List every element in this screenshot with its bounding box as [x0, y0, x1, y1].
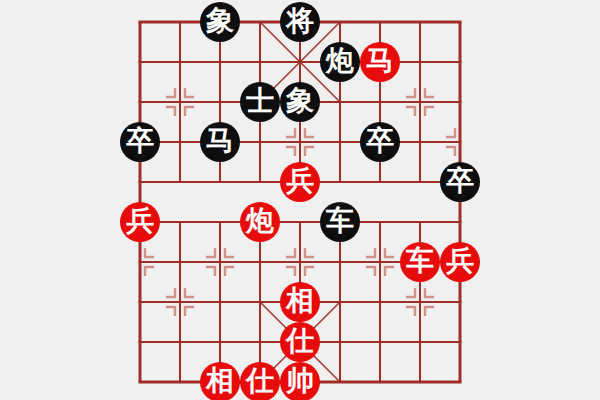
piece-red-chariot[interactable]: 车: [400, 242, 440, 282]
piece-black-elephant[interactable]: 象: [280, 82, 320, 122]
piece-black-soldier[interactable]: 卒: [440, 162, 480, 202]
piece-red-soldier[interactable]: 兵: [440, 242, 480, 282]
piece-black-general[interactable]: 将: [280, 2, 320, 42]
piece-red-soldier[interactable]: 兵: [280, 162, 320, 202]
piece-black-chariot[interactable]: 车: [320, 202, 360, 242]
piece-red-horse[interactable]: 马: [360, 42, 400, 82]
piece-red-cannon[interactable]: 炮: [240, 202, 280, 242]
piece-black-cannon[interactable]: 炮: [320, 42, 360, 82]
piece-black-advisor[interactable]: 士: [240, 82, 280, 122]
piece-black-soldier[interactable]: 卒: [120, 122, 160, 162]
piece-red-advisor[interactable]: 仕: [280, 322, 320, 362]
piece-black-soldier[interactable]: 卒: [360, 122, 400, 162]
piece-black-horse[interactable]: 马: [200, 122, 240, 162]
piece-red-general[interactable]: 帅: [280, 362, 320, 400]
piece-red-advisor[interactable]: 仕: [240, 362, 280, 400]
piece-black-elephant[interactable]: 象: [200, 2, 240, 42]
piece-red-soldier[interactable]: 兵: [120, 202, 160, 242]
piece-red-elephant[interactable]: 相: [280, 282, 320, 322]
piece-red-elephant[interactable]: 相: [200, 362, 240, 400]
pieces-layer: 象将炮马士象卒马卒兵卒兵炮车车兵相仕相仕帅: [0, 0, 600, 400]
xiangqi-board: 象将炮马士象卒马卒兵卒兵炮车车兵相仕相仕帅: [0, 0, 600, 400]
